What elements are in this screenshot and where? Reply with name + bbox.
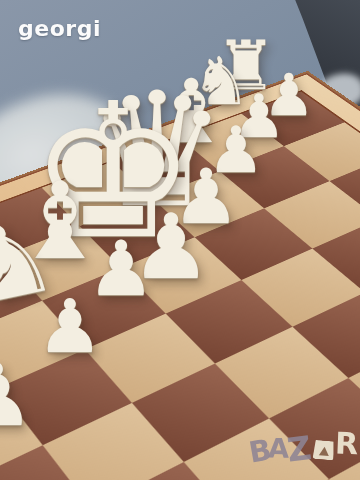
logo-letter-z: Z (285, 431, 313, 467)
shopping-bag-icon (312, 440, 335, 461)
pieces-layer: ♜♞♟♟♝♟♛♟♚♝♟♟♞♟♟ (0, 0, 360, 480)
photo-stage: ♜♞♟♟♝♟♛♟♚♝♟♟♞♟♟ georgi B A Z R (0, 0, 360, 480)
logo-letter-r: R (334, 429, 358, 460)
seller-watermark: georgi (18, 16, 101, 41)
chess-piece-pawn-g2: ♟ (37, 289, 103, 363)
bazar-logo: B A Z R (248, 426, 359, 467)
chess-piece-pawn-h2: ♟ (0, 352, 35, 438)
